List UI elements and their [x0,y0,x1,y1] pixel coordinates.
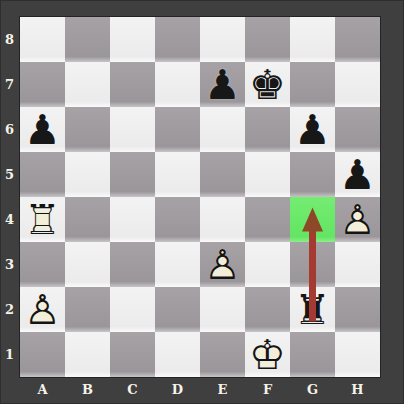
square-f7[interactable]: ♚ [245,62,290,107]
square-e5[interactable] [200,152,245,197]
pawn-outline-glyph: ♙ [20,287,65,332]
rank-label-6: 6 [0,107,19,152]
square-b3[interactable] [65,242,110,287]
rank-label-5: 5 [0,152,19,197]
square-h7[interactable] [335,62,380,107]
square-h5[interactable]: ♟ [335,152,380,197]
square-g5[interactable] [290,152,335,197]
square-e3[interactable]: ♟♙ [200,242,245,287]
square-c5[interactable] [110,152,155,197]
square-d5[interactable] [155,152,200,197]
black-king[interactable]: ♚ [245,62,290,107]
pawn-outline-glyph: ♙ [200,242,245,287]
square-d1[interactable] [155,332,200,377]
rank-labels: 87654321 [0,17,19,377]
square-e4[interactable] [200,197,245,242]
file-label-b: B [65,379,110,403]
pawn-glyph: ♟ [290,107,335,152]
square-b5[interactable] [65,152,110,197]
square-a2[interactable]: ♟♙ [20,287,65,332]
rank-label-4: 4 [0,197,19,242]
square-h1[interactable] [335,332,380,377]
black-pawn[interactable]: ♟ [20,107,65,152]
file-labels: ABCDEFGH [20,379,380,403]
square-g7[interactable] [290,62,335,107]
file-label-g: G [290,379,335,403]
black-pawn[interactable]: ♟ [335,152,380,197]
square-h4[interactable]: ♟♙ [335,197,380,242]
rank-label-1: 1 [0,332,19,377]
square-b2[interactable] [65,287,110,332]
black-pawn[interactable]: ♟ [200,62,245,107]
square-f5[interactable] [245,152,290,197]
white-pawn[interactable]: ♟♙ [200,242,245,287]
pawn-glyph: ♟ [200,62,245,107]
square-c7[interactable] [110,62,155,107]
square-c2[interactable] [110,287,155,332]
file-label-h: H [335,379,380,403]
square-a1[interactable] [20,332,65,377]
square-b7[interactable] [65,62,110,107]
black-pawn[interactable]: ♟ [290,107,335,152]
square-e1[interactable] [200,332,245,377]
square-a8[interactable] [20,17,65,62]
white-king[interactable]: ♚♔ [245,332,290,377]
square-c6[interactable] [110,107,155,152]
file-label-c: C [110,379,155,403]
square-f6[interactable] [245,107,290,152]
file-label-d: D [155,379,200,403]
square-h6[interactable] [335,107,380,152]
square-e8[interactable] [200,17,245,62]
square-a7[interactable] [20,62,65,107]
square-g8[interactable] [290,17,335,62]
square-b4[interactable] [65,197,110,242]
file-label-a: A [20,379,65,403]
square-h2[interactable] [335,287,380,332]
square-f2[interactable] [245,287,290,332]
square-a4[interactable]: ♜♖ [20,197,65,242]
square-b8[interactable] [65,17,110,62]
pawn-glyph: ♟ [20,107,65,152]
square-b6[interactable] [65,107,110,152]
chess-board: ♟♚♟♟♟♜♖♟♙♟♙♟♙♜♚♔ [20,17,380,377]
square-e7[interactable]: ♟ [200,62,245,107]
white-rook[interactable]: ♜♖ [20,197,65,242]
square-c8[interactable] [110,17,155,62]
square-e2[interactable] [200,287,245,332]
rook-glyph: ♜ [290,287,335,332]
square-d6[interactable] [155,107,200,152]
black-rook[interactable]: ♜ [290,287,335,332]
rank-label-7: 7 [0,62,19,107]
square-g6[interactable]: ♟ [290,107,335,152]
rank-label-3: 3 [0,242,19,287]
square-f4[interactable] [245,197,290,242]
rank-label-8: 8 [0,17,19,62]
file-label-e: E [200,379,245,403]
square-c4[interactable] [110,197,155,242]
pawn-glyph: ♟ [335,152,380,197]
square-g3[interactable] [290,242,335,287]
square-d8[interactable] [155,17,200,62]
square-f8[interactable] [245,17,290,62]
square-d7[interactable] [155,62,200,107]
square-h8[interactable] [335,17,380,62]
square-d3[interactable] [155,242,200,287]
square-c1[interactable] [110,332,155,377]
king-outline-glyph: ♔ [245,332,290,377]
rook-outline-glyph: ♖ [20,197,65,242]
square-c3[interactable] [110,242,155,287]
square-g1[interactable] [290,332,335,377]
square-e6[interactable] [200,107,245,152]
square-g4[interactable] [290,197,335,242]
square-f3[interactable] [245,242,290,287]
king-glyph: ♚ [245,62,290,107]
file-label-f: F [245,379,290,403]
square-b1[interactable] [65,332,110,377]
square-a5[interactable] [20,152,65,197]
rank-label-2: 2 [0,287,19,332]
chess-app: 87654321 ABCDEFGH ♟♚♟♟♟♜♖♟♙♟♙♟♙♜♚♔ [0,0,404,404]
square-f1[interactable]: ♚♔ [245,332,290,377]
square-a3[interactable] [20,242,65,287]
square-g2[interactable]: ♜ [290,287,335,332]
square-d2[interactable] [155,287,200,332]
square-a6[interactable]: ♟ [20,107,65,152]
white-pawn[interactable]: ♟♙ [20,287,65,332]
white-pawn[interactable]: ♟♙ [335,197,380,242]
square-d4[interactable] [155,197,200,242]
square-h3[interactable] [335,242,380,287]
pawn-outline-glyph: ♙ [335,197,380,242]
